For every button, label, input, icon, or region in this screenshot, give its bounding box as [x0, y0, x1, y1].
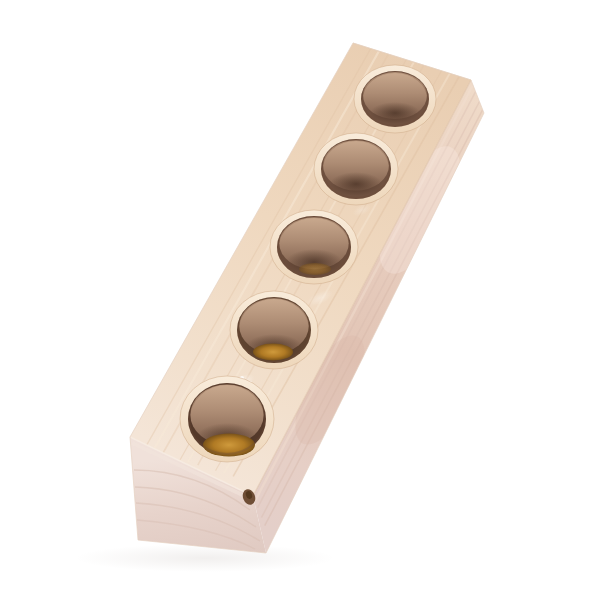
- hole-5: [180, 376, 274, 462]
- wood-block: [130, 43, 484, 553]
- hole-3-floor-amber: [299, 263, 331, 275]
- product-photo: [0, 0, 600, 600]
- wooden-block-image: [0, 0, 600, 600]
- hole-4: [230, 291, 318, 369]
- hole-2-floor-shadow: [330, 172, 382, 196]
- hole-2: [314, 133, 398, 205]
- hole-1: [354, 65, 436, 133]
- hole-1-floor-shadow: [370, 102, 420, 124]
- ground-shadow: [75, 544, 335, 572]
- hole-3: [270, 210, 358, 284]
- hole-4-floor-amber: [253, 344, 293, 361]
